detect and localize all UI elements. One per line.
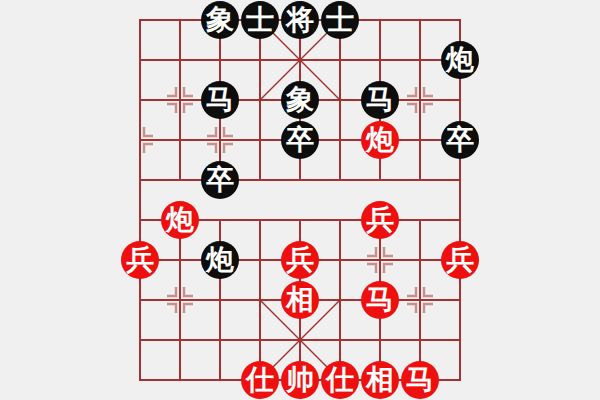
piece-black-advisor[interactable]: 士 — [321, 1, 359, 39]
point-c6-r4[interactable] — [360, 160, 400, 200]
point-c5-r9[interactable]: 仕 — [320, 360, 360, 400]
points-grid: 象士将士炮马象马卒炮卒卒炮兵兵炮兵兵相马仕帅仕相马 — [120, 0, 480, 400]
point-c3-r5[interactable] — [240, 200, 280, 240]
point-c3-r9[interactable]: 仕 — [240, 360, 280, 400]
point-c0-r0[interactable] — [120, 0, 160, 40]
point-c8-r0[interactable] — [440, 0, 480, 40]
piece-black-soldier[interactable]: 卒 — [281, 121, 319, 159]
point-c3-r3[interactable] — [240, 120, 280, 160]
point-c0-r8[interactable] — [120, 320, 160, 360]
piece-red-advisor[interactable]: 仕 — [241, 361, 279, 399]
point-c6-r5[interactable]: 兵 — [360, 200, 400, 240]
piece-red-elephant[interactable]: 相 — [281, 281, 319, 319]
point-c6-r8[interactable] — [360, 320, 400, 360]
piece-red-soldier[interactable]: 兵 — [361, 201, 399, 239]
piece-black-elephant[interactable]: 象 — [201, 1, 239, 39]
point-c1-r0[interactable] — [160, 0, 200, 40]
point-c4-r7[interactable]: 相 — [280, 280, 320, 320]
point-c3-r4[interactable] — [240, 160, 280, 200]
piece-red-horse[interactable]: 马 — [361, 281, 399, 319]
point-c6-r9[interactable]: 相 — [360, 360, 400, 400]
point-c3-r1[interactable] — [240, 40, 280, 80]
point-c6-r1[interactable] — [360, 40, 400, 80]
point-c5-r2[interactable] — [320, 80, 360, 120]
point-c0-r4[interactable] — [120, 160, 160, 200]
point-c0-r6[interactable]: 兵 — [120, 240, 160, 280]
piece-red-elephant[interactable]: 相 — [361, 361, 399, 399]
piece-black-advisor[interactable]: 士 — [241, 1, 279, 39]
point-c1-r8[interactable] — [160, 320, 200, 360]
point-c5-r7[interactable] — [320, 280, 360, 320]
xiangqi-app: 象士将士炮马象马卒炮卒卒炮兵兵炮兵兵相马仕帅仕相马 — [0, 0, 600, 400]
point-c5-r8[interactable] — [320, 320, 360, 360]
piece-black-cannon[interactable]: 炮 — [201, 241, 239, 279]
point-c7-r7[interactable] — [400, 280, 440, 320]
point-c3-r8[interactable] — [240, 320, 280, 360]
point-c3-r6[interactable] — [240, 240, 280, 280]
point-c8-r6[interactable]: 兵 — [440, 240, 480, 280]
point-c6-r6[interactable] — [360, 240, 400, 280]
point-c8-r5[interactable] — [440, 200, 480, 240]
piece-black-soldier[interactable]: 卒 — [441, 121, 479, 159]
piece-red-cannon[interactable]: 炮 — [361, 121, 399, 159]
point-c8-r2[interactable] — [440, 80, 480, 120]
point-c0-r2[interactable] — [120, 80, 160, 120]
point-c2-r8[interactable] — [200, 320, 240, 360]
point-c0-r9[interactable] — [120, 360, 160, 400]
point-c1-r3[interactable] — [160, 120, 200, 160]
point-c5-r5[interactable] — [320, 200, 360, 240]
point-c5-r4[interactable] — [320, 160, 360, 200]
point-c5-r1[interactable] — [320, 40, 360, 80]
piece-red-advisor[interactable]: 仕 — [321, 361, 359, 399]
point-c2-r4[interactable]: 卒 — [200, 160, 240, 200]
point-c2-r2[interactable]: 马 — [200, 80, 240, 120]
point-c7-r1[interactable] — [400, 40, 440, 80]
point-c3-r0[interactable]: 士 — [240, 0, 280, 40]
point-c5-r3[interactable] — [320, 120, 360, 160]
point-c4-r1[interactable] — [280, 40, 320, 80]
point-c7-r8[interactable] — [400, 320, 440, 360]
piece-black-general[interactable]: 将 — [281, 1, 319, 39]
point-c3-r7[interactable] — [240, 280, 280, 320]
point-c7-r4[interactable] — [400, 160, 440, 200]
point-c8-r3[interactable]: 卒 — [440, 120, 480, 160]
point-c7-r9[interactable]: 马 — [400, 360, 440, 400]
point-c2-r1[interactable] — [200, 40, 240, 80]
point-c6-r2[interactable]: 马 — [360, 80, 400, 120]
piece-red-horse[interactable]: 马 — [401, 361, 439, 399]
point-c2-r5[interactable] — [200, 200, 240, 240]
point-c6-r3[interactable]: 炮 — [360, 120, 400, 160]
point-c4-r5[interactable] — [280, 200, 320, 240]
point-c2-r0[interactable]: 象 — [200, 0, 240, 40]
piece-black-horse[interactable]: 马 — [201, 81, 239, 119]
point-c7-r3[interactable] — [400, 120, 440, 160]
point-c4-r3[interactable]: 卒 — [280, 120, 320, 160]
point-c3-r2[interactable] — [240, 80, 280, 120]
point-c6-r0[interactable] — [360, 0, 400, 40]
point-c2-r7[interactable] — [200, 280, 240, 320]
point-c4-r6[interactable]: 兵 — [280, 240, 320, 280]
point-c0-r7[interactable] — [120, 280, 160, 320]
point-c4-r8[interactable] — [280, 320, 320, 360]
piece-red-soldier[interactable]: 兵 — [441, 241, 479, 279]
piece-black-horse[interactable]: 马 — [361, 81, 399, 119]
point-c2-r9[interactable] — [200, 360, 240, 400]
point-c7-r6[interactable] — [400, 240, 440, 280]
piece-black-elephant[interactable]: 象 — [281, 81, 319, 119]
point-c4-r2[interactable]: 象 — [280, 80, 320, 120]
point-c5-r6[interactable] — [320, 240, 360, 280]
point-c1-r7[interactable] — [160, 280, 200, 320]
point-c1-r2[interactable] — [160, 80, 200, 120]
point-c4-r0[interactable]: 将 — [280, 0, 320, 40]
point-c7-r5[interactable] — [400, 200, 440, 240]
point-c8-r7[interactable] — [440, 280, 480, 320]
point-c1-r9[interactable] — [160, 360, 200, 400]
point-c7-r2[interactable] — [400, 80, 440, 120]
point-c1-r4[interactable] — [160, 160, 200, 200]
point-c1-r5[interactable]: 炮 — [160, 200, 200, 240]
point-c2-r6[interactable]: 炮 — [200, 240, 240, 280]
point-c1-r1[interactable] — [160, 40, 200, 80]
piece-black-cannon[interactable]: 炮 — [441, 41, 479, 79]
point-c8-r1[interactable]: 炮 — [440, 40, 480, 80]
point-c6-r7[interactable]: 马 — [360, 280, 400, 320]
point-c0-r3[interactable] — [120, 120, 160, 160]
point-c8-r9[interactable] — [440, 360, 480, 400]
piece-red-cannon[interactable]: 炮 — [161, 201, 199, 239]
point-c7-r0[interactable] — [400, 0, 440, 40]
point-c8-r8[interactable] — [440, 320, 480, 360]
point-c1-r6[interactable] — [160, 240, 200, 280]
piece-red-soldier[interactable]: 兵 — [281, 241, 319, 279]
piece-black-soldier[interactable]: 卒 — [201, 161, 239, 199]
point-c0-r5[interactable] — [120, 200, 160, 240]
point-c5-r0[interactable]: 士 — [320, 0, 360, 40]
point-c0-r1[interactable] — [120, 40, 160, 80]
point-c8-r4[interactable] — [440, 160, 480, 200]
piece-red-general[interactable]: 帅 — [281, 361, 319, 399]
point-c4-r9[interactable]: 帅 — [280, 360, 320, 400]
point-c4-r4[interactable] — [280, 160, 320, 200]
piece-red-soldier[interactable]: 兵 — [121, 241, 159, 279]
point-c2-r3[interactable] — [200, 120, 240, 160]
